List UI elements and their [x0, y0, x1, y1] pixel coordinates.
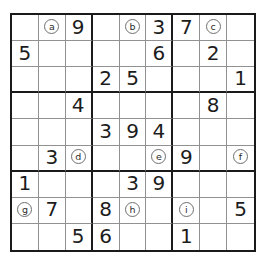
- cell-r7c4[interactable]: [93, 172, 120, 198]
- cell-r3c4[interactable]: 2: [93, 67, 120, 93]
- cell-r1c9[interactable]: [227, 15, 254, 41]
- cell-r9c2[interactable]: [39, 224, 66, 250]
- given-digit: 5: [19, 43, 32, 63]
- cell-r9c4[interactable]: 6: [93, 224, 120, 250]
- cell-r3c7[interactable]: [173, 67, 200, 93]
- given-digit: 5: [72, 226, 85, 246]
- cell-r2c5[interactable]: [120, 41, 147, 67]
- cell-r5c1[interactable]: [12, 119, 39, 145]
- given-digit: 2: [207, 43, 220, 63]
- cell-r4c2[interactable]: [39, 93, 66, 119]
- cell-r6c3[interactable]: d: [66, 146, 93, 172]
- given-digit: 7: [45, 199, 58, 219]
- cell-r8c7[interactable]: i: [173, 198, 200, 224]
- cell-r1c6[interactable]: 3: [146, 15, 173, 41]
- cell-r2c6[interactable]: 6: [146, 41, 173, 67]
- cell-r6c5[interactable]: [120, 146, 147, 172]
- given-digit: 8: [207, 95, 220, 115]
- cell-r2c9[interactable]: [227, 41, 254, 67]
- cell-r3c5[interactable]: 5: [120, 67, 147, 93]
- cell-r4c1[interactable]: [12, 93, 39, 119]
- cell-r3c9[interactable]: 1: [227, 67, 254, 93]
- cell-r6c6[interactable]: e: [146, 146, 173, 172]
- cell-r2c3[interactable]: [66, 41, 93, 67]
- circled-letter-c: c: [206, 19, 221, 34]
- given-digit: 3: [45, 147, 58, 167]
- given-digit: 3: [99, 121, 112, 141]
- cell-r1c4[interactable]: [93, 15, 120, 41]
- cell-r7c6[interactable]: 9: [146, 172, 173, 198]
- cell-r5c9[interactable]: [227, 119, 254, 145]
- cell-r3c6[interactable]: [146, 67, 173, 93]
- given-digit: 3: [153, 17, 166, 37]
- cell-r1c2[interactable]: a: [39, 15, 66, 41]
- cell-r6c1[interactable]: [12, 146, 39, 172]
- cell-r4c7[interactable]: [173, 93, 200, 119]
- cell-r7c8[interactable]: [200, 172, 227, 198]
- cell-r9c6[interactable]: [146, 224, 173, 250]
- given-digit: 9: [126, 121, 139, 141]
- cell-r7c3[interactable]: [66, 172, 93, 198]
- circled-letter-g: g: [17, 202, 32, 217]
- cell-r1c3[interactable]: 9: [66, 15, 93, 41]
- cell-r4c4[interactable]: [93, 93, 120, 119]
- cell-r2c7[interactable]: [173, 41, 200, 67]
- given-digit: 9: [180, 147, 193, 167]
- cell-r3c1[interactable]: [12, 67, 39, 93]
- circled-letter-h: h: [125, 202, 140, 217]
- cell-r4c9[interactable]: [227, 93, 254, 119]
- cell-r7c9[interactable]: [227, 172, 254, 198]
- cell-r4c6[interactable]: [146, 93, 173, 119]
- given-digit: 1: [234, 68, 247, 88]
- cell-r3c3[interactable]: [66, 67, 93, 93]
- cell-r9c3[interactable]: 5: [66, 224, 93, 250]
- cell-r5c7[interactable]: [173, 119, 200, 145]
- circled-letter-b: b: [125, 19, 140, 34]
- cell-r7c5[interactable]: 3: [120, 172, 147, 198]
- cell-r2c1[interactable]: 5: [12, 41, 39, 67]
- cell-r8c5[interactable]: h: [120, 198, 147, 224]
- given-digit: 1: [19, 173, 32, 193]
- cell-r6c7[interactable]: 9: [173, 146, 200, 172]
- given-digit: 7: [180, 17, 193, 37]
- given-digit: 4: [72, 95, 85, 115]
- circled-letter-e: e: [151, 149, 166, 164]
- cell-r5c8[interactable]: [200, 119, 227, 145]
- circled-letter-f: f: [233, 149, 248, 164]
- cell-r3c8[interactable]: [200, 67, 227, 93]
- cell-r7c1[interactable]: 1: [12, 172, 39, 198]
- cell-r2c2[interactable]: [39, 41, 66, 67]
- given-digit: 4: [153, 121, 166, 141]
- given-digit: 9: [72, 17, 85, 37]
- cell-r5c2[interactable]: [39, 119, 66, 145]
- cell-r1c1[interactable]: [12, 15, 39, 41]
- cell-r1c7[interactable]: 7: [173, 15, 200, 41]
- cell-r8c8[interactable]: [200, 198, 227, 224]
- cell-r6c8[interactable]: [200, 146, 227, 172]
- cell-r6c2[interactable]: 3: [39, 146, 66, 172]
- cell-r4c3[interactable]: 4: [66, 93, 93, 119]
- given-digit: 1: [180, 226, 193, 246]
- circled-letter-d: d: [71, 149, 86, 164]
- cell-r5c6[interactable]: 4: [146, 119, 173, 145]
- circled-letter-i: i: [179, 202, 194, 217]
- cell-r1c5[interactable]: b: [120, 15, 147, 41]
- cell-r9c1[interactable]: [12, 224, 39, 250]
- given-digit: 5: [234, 199, 247, 219]
- given-digit: 2: [99, 68, 112, 88]
- cell-r8c1[interactable]: g: [12, 198, 39, 224]
- cell-r4c5[interactable]: [120, 93, 147, 119]
- cell-r3c2[interactable]: [39, 67, 66, 93]
- given-digit: 3: [126, 173, 139, 193]
- cell-r1c8[interactable]: c: [200, 15, 227, 41]
- cell-r7c7[interactable]: [173, 172, 200, 198]
- cell-r9c7[interactable]: 1: [173, 224, 200, 250]
- cell-r9c9[interactable]: [227, 224, 254, 250]
- sudoku-board: a9b37c562251483943de9f139g78hi5561: [10, 13, 256, 252]
- given-digit: 8: [99, 199, 112, 219]
- cell-r4c8[interactable]: 8: [200, 93, 227, 119]
- cell-r2c8[interactable]: 2: [200, 41, 227, 67]
- cell-r9c5[interactable]: [120, 224, 147, 250]
- cell-r8c2[interactable]: 7: [39, 198, 66, 224]
- cell-r6c4[interactable]: [93, 146, 120, 172]
- cell-r2c4[interactable]: [93, 41, 120, 67]
- cell-r8c4[interactable]: 8: [93, 198, 120, 224]
- cell-r5c4[interactable]: 3: [93, 119, 120, 145]
- cell-r8c3[interactable]: [66, 198, 93, 224]
- cell-r7c2[interactable]: [39, 172, 66, 198]
- circled-letter-a: a: [44, 19, 59, 34]
- cell-r8c6[interactable]: [146, 198, 173, 224]
- given-digit: 6: [99, 226, 112, 246]
- given-digit: 5: [126, 68, 139, 88]
- cell-r8c9[interactable]: 5: [227, 198, 254, 224]
- cell-r5c5[interactable]: 9: [120, 119, 147, 145]
- cell-r5c3[interactable]: [66, 119, 93, 145]
- cell-r9c8[interactable]: [200, 224, 227, 250]
- given-digit: 9: [153, 173, 166, 193]
- cell-r6c9[interactable]: f: [227, 146, 254, 172]
- given-digit: 6: [153, 43, 166, 63]
